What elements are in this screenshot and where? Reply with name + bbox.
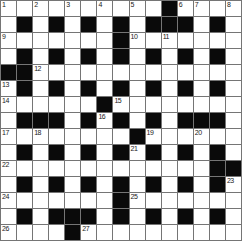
white-cell-r11c6[interactable] [97,177,112,192]
black-cell-r5c9 [146,81,161,96]
clue-number-11: 11 [163,33,169,41]
white-cell-r8c10[interactable] [162,129,177,144]
white-cell-r0c1[interactable] [17,1,32,16]
white-cell-r9c8[interactable]: 21 [130,145,145,160]
black-cell-r7c1 [17,113,32,128]
white-cell-r6c14[interactable] [226,97,241,112]
black-cell-r13c1 [17,209,32,224]
white-cell-r6c1[interactable] [17,97,32,112]
white-cell-r2c12[interactable] [194,33,209,48]
white-cell-r4c10[interactable] [162,65,177,80]
black-cell-r9c3 [49,145,64,160]
white-cell-r1c4[interactable] [65,17,80,32]
black-cell-r13c11 [178,209,193,224]
clue-number-3: 3 [66,1,69,9]
white-cell-r14c14[interactable] [226,225,241,240]
white-cell-r4c7[interactable] [113,65,128,80]
white-cell-r9c4[interactable] [65,145,80,160]
white-cell-r6c3[interactable] [49,97,64,112]
white-cell-r2c14[interactable] [226,33,241,48]
black-cell-r11c3 [49,177,64,192]
white-cell-r9c14[interactable] [226,145,241,160]
white-cell-r14c10[interactable] [162,225,177,240]
white-cell-r2c2[interactable] [33,33,48,48]
black-cell-r3c3 [49,49,64,64]
clue-number-2: 2 [34,1,37,9]
black-cell-r10c13 [210,161,225,176]
clue-number-20: 20 [195,129,202,137]
white-cell-r10c12[interactable] [194,161,209,176]
white-cell-r2c11[interactable] [178,33,193,48]
black-cell-r14c4 [65,225,80,240]
black-cell-r4c0 [1,65,16,80]
white-cell-r2c9[interactable] [146,33,161,48]
black-cell-r13c4 [65,209,80,224]
white-cell-r10c0[interactable]: 22 [1,161,16,176]
clue-number-19: 19 [147,129,154,137]
black-cell-r0c10 [162,1,177,16]
white-cell-r6c4[interactable] [65,97,80,112]
clue-number-21: 21 [131,145,138,153]
white-cell-r0c12[interactable]: 7 [194,1,209,16]
white-cell-r13c12[interactable] [194,209,209,224]
clue-number-12: 12 [34,65,41,73]
white-cell-r7c8[interactable] [130,113,145,128]
clue-number-17: 17 [2,129,9,137]
white-cell-r8c0[interactable]: 17 [1,129,16,144]
white-cell-r3c10[interactable] [162,49,177,64]
white-cell-r8c4[interactable] [65,129,80,144]
white-cell-r0c5[interactable] [81,1,96,16]
white-cell-r5c6[interactable] [97,81,112,96]
white-cell-r4c8[interactable] [130,65,145,80]
white-cell-r12c3[interactable] [49,193,64,208]
white-cell-r2c3[interactable] [49,33,64,48]
clue-number-9: 9 [2,33,5,41]
white-cell-r8c3[interactable] [49,129,64,144]
white-cell-r12c0[interactable]: 24 [1,193,16,208]
white-cell-r0c8[interactable]: 5 [130,1,145,16]
white-cell-r3c6[interactable] [97,49,112,64]
crossword-puzzle: 1234567891011121314151617181920212223242… [0,0,242,241]
white-cell-r0c2[interactable]: 2 [33,1,48,16]
black-cell-r11c9 [146,177,161,192]
clue-number-26: 26 [2,225,9,233]
white-cell-r14c2[interactable] [33,225,48,240]
clue-number-23: 23 [227,177,234,185]
clue-number-1: 1 [2,1,5,9]
black-cell-r3c9 [146,49,161,64]
white-cell-r9c0[interactable] [1,145,16,160]
white-cell-r9c12[interactable] [194,145,209,160]
black-cell-r4c1 [17,65,32,80]
white-cell-r3c8[interactable] [130,49,145,64]
white-cell-r0c13[interactable] [210,1,225,16]
white-cell-r13c8[interactable] [130,209,145,224]
black-cell-r7c3 [49,113,64,128]
white-cell-r5c12[interactable] [194,81,209,96]
black-cell-r5c1 [17,81,32,96]
black-cell-r1c13 [210,17,225,32]
white-cell-r6c13[interactable] [210,97,225,112]
white-cell-r8c2[interactable]: 18 [33,129,48,144]
white-cell-r12c2[interactable] [33,193,48,208]
white-cell-r1c2[interactable] [33,17,48,32]
black-cell-r10c14 [226,161,241,176]
black-cell-r9c5 [81,145,96,160]
clue-number-24: 24 [2,193,9,201]
white-cell-r11c4[interactable] [65,177,80,192]
black-cell-r1c7 [113,17,128,32]
black-cell-r1c3 [49,17,64,32]
clue-number-25: 25 [131,193,138,201]
clue-number-14: 14 [2,97,9,105]
white-cell-r14c3[interactable] [49,225,64,240]
black-cell-r13c3 [49,209,64,224]
black-cell-r13c9 [146,209,161,224]
white-cell-r5c0[interactable]: 13 [1,81,16,96]
white-cell-r5c2[interactable] [33,81,48,96]
black-cell-r5c3 [49,81,64,96]
white-cell-r2c5[interactable] [81,33,96,48]
white-cell-r12c9[interactable] [146,193,161,208]
black-cell-r11c13 [210,177,225,192]
white-cell-r3c14[interactable] [226,49,241,64]
black-cell-r5c13 [210,81,225,96]
white-cell-r14c1[interactable] [17,225,32,240]
white-cell-r5c14[interactable] [226,81,241,96]
white-cell-r13c0[interactable] [1,209,16,224]
black-cell-r1c11 [178,17,193,32]
black-cell-r3c5 [81,49,96,64]
clue-number-5: 5 [131,1,134,9]
white-cell-r8c11[interactable] [178,129,193,144]
white-cell-r10c2[interactable] [33,161,48,176]
clue-number-8: 8 [227,1,230,9]
white-cell-r8c1[interactable] [17,129,32,144]
white-cell-r2c4[interactable] [65,33,80,48]
white-cell-r7c4[interactable] [65,113,80,128]
white-cell-r10c8[interactable] [130,161,145,176]
white-cell-r10c5[interactable] [81,161,96,176]
white-cell-r8c7[interactable] [113,129,128,144]
white-cell-r1c6[interactable] [97,17,112,32]
clue-number-7: 7 [195,1,198,9]
white-cell-r5c8[interactable] [130,81,145,96]
white-cell-r14c6[interactable] [97,225,112,240]
white-cell-r7c14[interactable] [226,113,241,128]
white-cell-r6c5[interactable] [81,97,96,112]
clue-number-22: 22 [2,161,9,169]
white-cell-r7c10[interactable] [162,113,177,128]
white-cell-r13c2[interactable] [33,209,48,224]
white-cell-r2c0[interactable]: 9 [1,33,16,48]
white-cell-r9c2[interactable] [33,145,48,160]
white-cell-r0c11[interactable]: 6 [178,1,193,16]
white-cell-r6c8[interactable] [130,97,145,112]
white-cell-r1c12[interactable] [194,17,209,32]
white-cell-r10c4[interactable] [65,161,80,176]
black-cell-r7c11 [178,113,193,128]
black-cell-r9c13 [210,145,225,160]
white-cell-r8c12[interactable]: 20 [194,129,209,144]
white-cell-r12c4[interactable] [65,193,80,208]
white-cell-r1c0[interactable] [1,17,16,32]
white-cell-r0c6[interactable]: 4 [97,1,112,16]
black-cell-r13c7 [113,209,128,224]
white-cell-r6c0[interactable]: 14 [1,97,16,112]
white-cell-r9c10[interactable] [162,145,177,160]
black-cell-r7c7 [113,113,128,128]
white-cell-r12c6[interactable] [97,193,112,208]
white-cell-r4c3[interactable] [49,65,64,80]
white-cell-r5c4[interactable] [65,81,80,96]
white-cell-r12c10[interactable] [162,193,177,208]
black-cell-r7c2 [33,113,48,128]
black-cell-r8c8 [130,129,145,144]
white-cell-r14c5[interactable]: 27 [81,225,96,240]
black-cell-r11c1 [17,177,32,192]
black-cell-r9c1 [17,145,32,160]
white-cell-r4c2[interactable]: 12 [33,65,48,80]
white-cell-r14c12[interactable] [194,225,209,240]
black-cell-r3c13 [210,49,225,64]
clue-number-27: 27 [82,225,89,233]
clue-number-10: 10 [131,33,138,41]
crossword-grid: 1234567891011121314151617181920212223242… [0,0,242,241]
black-cell-r9c9 [146,145,161,160]
black-cell-r2c7 [113,33,128,48]
white-cell-r3c0[interactable] [1,49,16,64]
black-cell-r3c7 [113,49,128,64]
white-cell-r6c10[interactable] [162,97,177,112]
black-cell-r6c6 [97,97,112,112]
white-cell-r9c6[interactable] [97,145,112,160]
clue-number-6: 6 [179,1,182,9]
white-cell-r6c12[interactable] [194,97,209,112]
white-cell-r7c0[interactable] [1,113,16,128]
black-cell-r7c9 [146,113,161,128]
clue-number-18: 18 [34,129,41,137]
white-cell-r10c7[interactable] [113,161,128,176]
black-cell-r11c11 [178,177,193,192]
black-cell-r1c1 [17,17,32,32]
white-cell-r4c5[interactable] [81,65,96,80]
white-cell-r12c14[interactable] [226,193,241,208]
white-cell-r11c2[interactable] [33,177,48,192]
black-cell-r13c5 [81,209,96,224]
white-cell-r10c1[interactable] [17,161,32,176]
white-cell-r2c10[interactable]: 11 [162,33,177,48]
white-cell-r3c2[interactable] [33,49,48,64]
white-cell-r8c6[interactable] [97,129,112,144]
white-cell-r0c9[interactable] [146,1,161,16]
white-cell-r11c12[interactable] [194,177,209,192]
white-cell-r5c10[interactable] [162,81,177,96]
white-cell-r8c14[interactable] [226,129,241,144]
white-cell-r14c13[interactable] [210,225,225,240]
black-cell-r13c13 [210,209,225,224]
white-cell-r11c0[interactable] [1,177,16,192]
white-cell-r6c7[interactable]: 15 [113,97,128,112]
white-cell-r13c6[interactable] [97,209,112,224]
black-cell-r7c13 [210,113,225,128]
white-cell-r6c9[interactable] [146,97,161,112]
white-cell-r4c9[interactable] [146,65,161,80]
white-cell-r10c10[interactable] [162,161,177,176]
black-cell-r12c7 [113,193,128,208]
black-cell-r11c7 [113,177,128,192]
black-cell-r9c7 [113,145,128,160]
white-cell-r11c8[interactable] [130,177,145,192]
white-cell-r14c7[interactable] [113,225,128,240]
white-cell-r2c6[interactable] [97,33,112,48]
black-cell-r11c5 [81,177,96,192]
clue-number-16: 16 [98,113,105,121]
white-cell-r1c8[interactable] [130,17,145,32]
white-cell-r4c4[interactable] [65,65,80,80]
white-cell-r0c7[interactable] [113,1,128,16]
black-cell-r9c11 [178,145,193,160]
black-cell-r5c11 [178,81,193,96]
white-cell-r3c4[interactable] [65,49,80,64]
white-cell-r14c8[interactable] [130,225,145,240]
white-cell-r11c14[interactable]: 23 [226,177,241,192]
white-cell-r0c14[interactable]: 8 [226,1,241,16]
white-cell-r0c3[interactable] [49,1,64,16]
white-cell-r4c13[interactable] [210,65,225,80]
white-cell-r12c8[interactable]: 25 [130,193,145,208]
white-cell-r2c8[interactable]: 10 [130,33,145,48]
white-cell-r1c14[interactable] [226,17,241,32]
white-cell-r12c11[interactable] [178,193,193,208]
white-cell-r4c11[interactable] [178,65,193,80]
white-cell-r11c10[interactable] [162,177,177,192]
black-cell-r3c1 [17,49,32,64]
white-cell-r13c14[interactable] [226,209,241,224]
white-cell-r8c13[interactable] [210,129,225,144]
white-cell-r3c12[interactable] [194,49,209,64]
white-cell-r2c13[interactable] [210,33,225,48]
white-cell-r10c9[interactable] [146,161,161,176]
white-cell-r4c6[interactable] [97,65,112,80]
white-cell-r10c11[interactable] [178,161,193,176]
clue-number-4: 4 [98,1,101,9]
white-cell-r12c12[interactable] [194,193,209,208]
white-cell-r14c0[interactable]: 26 [1,225,16,240]
clue-number-13: 13 [2,81,9,89]
white-cell-r12c13[interactable] [210,193,225,208]
white-cell-r0c4[interactable]: 3 [65,1,80,16]
white-cell-r8c9[interactable]: 19 [146,129,161,144]
black-cell-r7c5 [81,113,96,128]
black-cell-r1c9 [146,17,161,32]
white-cell-r10c6[interactable] [97,161,112,176]
white-cell-r10c3[interactable] [49,161,64,176]
white-cell-r4c12[interactable] [194,65,209,80]
black-cell-r5c7 [113,81,128,96]
white-cell-r0c0[interactable]: 1 [1,1,16,16]
white-cell-r14c9[interactable] [146,225,161,240]
black-cell-r1c10 [162,17,177,32]
clue-number-15: 15 [114,97,121,105]
white-cell-r8c5[interactable] [81,129,96,144]
white-cell-r7c6[interactable]: 16 [97,113,112,128]
black-cell-r7c12 [194,113,209,128]
white-cell-r14c11[interactable] [178,225,193,240]
white-cell-r13c10[interactable] [162,209,177,224]
white-cell-r12c5[interactable] [81,193,96,208]
black-cell-r3c11 [178,49,193,64]
black-cell-r5c5 [81,81,96,96]
white-cell-r2c1[interactable] [17,33,32,48]
black-cell-r1c5 [81,17,96,32]
white-cell-r6c11[interactable] [178,97,193,112]
white-cell-r12c1[interactable] [17,193,32,208]
white-cell-r6c2[interactable] [33,97,48,112]
white-cell-r4c14[interactable] [226,65,241,80]
